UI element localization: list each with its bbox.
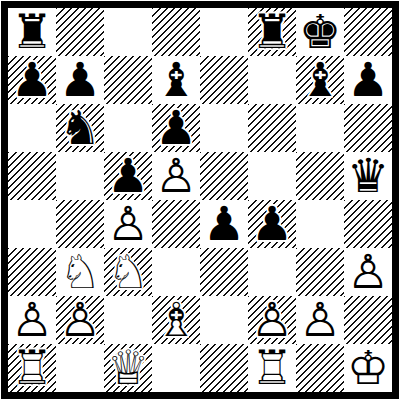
piece-black-pawn[interactable]: ♟ xyxy=(248,200,296,248)
square-c4[interactable]: ♟♙ xyxy=(104,200,152,248)
square-h6[interactable] xyxy=(344,104,392,152)
square-c5[interactable]: ♟♟ xyxy=(104,152,152,200)
square-c3[interactable]: ♞♘ xyxy=(104,248,152,296)
square-h5[interactable]: ♛♛ xyxy=(344,152,392,200)
square-d4[interactable] xyxy=(152,200,200,248)
square-c2[interactable] xyxy=(104,296,152,344)
square-c8[interactable] xyxy=(104,8,152,56)
square-g3[interactable] xyxy=(296,248,344,296)
square-a2[interactable]: ♟♙ xyxy=(8,296,56,344)
square-b3[interactable]: ♞♘ xyxy=(56,248,104,296)
square-e6[interactable] xyxy=(200,104,248,152)
square-b4[interactable] xyxy=(56,200,104,248)
square-c7[interactable] xyxy=(104,56,152,104)
piece-black-rook[interactable]: ♜ xyxy=(248,8,296,56)
square-h1[interactable]: ♚♔ xyxy=(344,344,392,392)
piece-white-pawn[interactable]: ♙ xyxy=(152,152,200,200)
square-d7[interactable]: ♝♝ xyxy=(152,56,200,104)
piece-black-pawn[interactable]: ♟ xyxy=(104,152,152,200)
square-a3[interactable] xyxy=(8,248,56,296)
square-d1[interactable] xyxy=(152,344,200,392)
square-h7[interactable]: ♟♟ xyxy=(344,56,392,104)
square-g6[interactable] xyxy=(296,104,344,152)
square-a7[interactable]: ♟♟ xyxy=(8,56,56,104)
square-b8[interactable] xyxy=(56,8,104,56)
square-a6[interactable] xyxy=(8,104,56,152)
square-e7[interactable] xyxy=(200,56,248,104)
piece-white-knight[interactable]: ♘ xyxy=(56,248,104,296)
square-d8[interactable] xyxy=(152,8,200,56)
piece-black-bishop[interactable]: ♝ xyxy=(152,56,200,104)
piece-white-rook[interactable]: ♖ xyxy=(8,344,56,392)
square-f5[interactable] xyxy=(248,152,296,200)
piece-black-pawn[interactable]: ♟ xyxy=(200,200,248,248)
square-d2[interactable]: ♝♗ xyxy=(152,296,200,344)
square-g5[interactable] xyxy=(296,152,344,200)
square-f7[interactable] xyxy=(248,56,296,104)
piece-white-pawn[interactable]: ♙ xyxy=(56,296,104,344)
piece-black-pawn[interactable]: ♟ xyxy=(56,56,104,104)
chess-board: ♜♜♜♜♚♚♟♟♟♟♝♝♝♝♟♟♞♞♟♟♟♟♟♙♛♛♟♙♟♟♟♟♞♘♞♘♟♙♟♙… xyxy=(8,8,392,392)
square-d3[interactable] xyxy=(152,248,200,296)
square-b2[interactable]: ♟♙ xyxy=(56,296,104,344)
square-a1[interactable]: ♜♖ xyxy=(8,344,56,392)
piece-black-bishop[interactable]: ♝ xyxy=(296,56,344,104)
square-f6[interactable] xyxy=(248,104,296,152)
piece-black-pawn[interactable]: ♟ xyxy=(152,104,200,152)
square-f4[interactable]: ♟♟ xyxy=(248,200,296,248)
piece-white-pawn[interactable]: ♙ xyxy=(104,200,152,248)
square-g8[interactable]: ♚♚ xyxy=(296,8,344,56)
square-f8[interactable]: ♜♜ xyxy=(248,8,296,56)
square-b5[interactable] xyxy=(56,152,104,200)
piece-white-pawn[interactable]: ♙ xyxy=(344,248,392,296)
chess-board-frame: ♜♜♜♜♚♚♟♟♟♟♝♝♝♝♟♟♞♞♟♟♟♟♟♙♛♛♟♙♟♟♟♟♞♘♞♘♟♙♟♙… xyxy=(1,1,399,399)
square-e8[interactable] xyxy=(200,8,248,56)
square-g1[interactable] xyxy=(296,344,344,392)
piece-white-bishop[interactable]: ♗ xyxy=(152,296,200,344)
square-h2[interactable] xyxy=(344,296,392,344)
square-a5[interactable] xyxy=(8,152,56,200)
piece-white-queen[interactable]: ♕ xyxy=(104,344,152,392)
piece-white-pawn[interactable]: ♙ xyxy=(248,296,296,344)
square-f1[interactable]: ♜♖ xyxy=(248,344,296,392)
piece-black-pawn[interactable]: ♟ xyxy=(344,56,392,104)
square-g4[interactable] xyxy=(296,200,344,248)
square-e2[interactable] xyxy=(200,296,248,344)
square-d6[interactable]: ♟♟ xyxy=(152,104,200,152)
square-e4[interactable]: ♟♟ xyxy=(200,200,248,248)
piece-white-pawn[interactable]: ♙ xyxy=(296,296,344,344)
square-c1[interactable]: ♛♕ xyxy=(104,344,152,392)
square-h4[interactable] xyxy=(344,200,392,248)
piece-black-pawn[interactable]: ♟ xyxy=(8,56,56,104)
square-f3[interactable] xyxy=(248,248,296,296)
piece-white-pawn[interactable]: ♙ xyxy=(8,296,56,344)
piece-white-king[interactable]: ♔ xyxy=(344,344,392,392)
square-d5[interactable]: ♟♙ xyxy=(152,152,200,200)
piece-black-rook[interactable]: ♜ xyxy=(8,8,56,56)
square-b1[interactable] xyxy=(56,344,104,392)
square-h8[interactable] xyxy=(344,8,392,56)
square-g7[interactable]: ♝♝ xyxy=(296,56,344,104)
square-e3[interactable] xyxy=(200,248,248,296)
square-a4[interactable] xyxy=(8,200,56,248)
square-f2[interactable]: ♟♙ xyxy=(248,296,296,344)
piece-black-knight[interactable]: ♞ xyxy=(56,104,104,152)
piece-white-rook[interactable]: ♖ xyxy=(248,344,296,392)
square-e5[interactable] xyxy=(200,152,248,200)
square-g2[interactable]: ♟♙ xyxy=(296,296,344,344)
square-c6[interactable] xyxy=(104,104,152,152)
piece-black-king[interactable]: ♚ xyxy=(296,8,344,56)
piece-white-knight[interactable]: ♘ xyxy=(104,248,152,296)
square-e1[interactable] xyxy=(200,344,248,392)
square-b6[interactable]: ♞♞ xyxy=(56,104,104,152)
piece-black-queen[interactable]: ♛ xyxy=(344,152,392,200)
square-h3[interactable]: ♟♙ xyxy=(344,248,392,296)
square-a8[interactable]: ♜♜ xyxy=(8,8,56,56)
square-b7[interactable]: ♟♟ xyxy=(56,56,104,104)
